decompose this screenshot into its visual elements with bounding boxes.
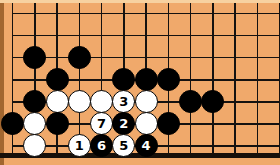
- white-stone: [46, 90, 69, 113]
- black-stone-move-2: 2: [112, 112, 135, 135]
- move-number-label: 5: [119, 139, 128, 152]
- white-stone: [68, 90, 91, 113]
- black-stone: [179, 90, 202, 113]
- black-stone: [157, 68, 180, 91]
- white-stone-move-3: 3: [112, 90, 135, 113]
- white-stone: [135, 112, 158, 135]
- grid-line-vertical: [279, 0, 280, 154]
- white-stone: [135, 90, 158, 113]
- black-stone: [201, 90, 224, 113]
- grid-line-vertical: [190, 0, 192, 154]
- move-number-label: 3: [119, 95, 128, 108]
- white-stone: [23, 112, 46, 135]
- grid-line-vertical: [79, 0, 81, 154]
- grid-line-vertical: [257, 0, 259, 154]
- go-board: 3721654: [0, 0, 280, 165]
- black-stone: [112, 68, 135, 91]
- black-stone: [135, 68, 158, 91]
- grid-line-horizontal: [12, 57, 280, 59]
- white-stone: [90, 90, 113, 113]
- black-stone: [23, 46, 46, 69]
- grid-line-horizontal: [12, 13, 280, 15]
- black-stone-move-4: 4: [135, 134, 158, 157]
- board-left-edge: [0, 0, 4, 165]
- grid-line-horizontal: [12, 35, 280, 37]
- black-stone: [68, 46, 91, 69]
- black-stone: [157, 112, 180, 135]
- black-stone: [46, 112, 69, 135]
- board-top-highlight: [0, 0, 280, 3]
- move-number-label: 4: [142, 139, 151, 152]
- grid-line-vertical: [212, 0, 214, 154]
- black-stone: [23, 90, 46, 113]
- move-number-label: 2: [119, 117, 128, 130]
- black-stone: [1, 112, 24, 135]
- white-stone-move-7: 7: [90, 112, 113, 135]
- black-stone: [46, 68, 69, 91]
- move-number-label: 1: [75, 139, 84, 152]
- move-number-label: 6: [97, 139, 106, 152]
- move-number-label: 7: [97, 117, 106, 130]
- grid-line-vertical: [234, 0, 236, 154]
